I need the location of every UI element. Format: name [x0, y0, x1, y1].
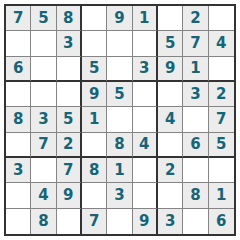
cell-r6c9[interactable]: 5 [209, 133, 234, 158]
cell-r9c4[interactable]: 7 [82, 209, 107, 234]
cell-r4c2[interactable] [31, 82, 56, 107]
given-digit: 2 [190, 11, 200, 26]
cell-r3c8[interactable]: 1 [183, 57, 208, 82]
cell-r5c1[interactable]: 8 [6, 107, 31, 132]
given-digit: 5 [216, 137, 226, 152]
cell-r7c7[interactable]: 2 [158, 158, 183, 183]
cell-r2c8[interactable]: 7 [183, 31, 208, 56]
cell-r4c7[interactable] [158, 82, 183, 107]
cell-r2c1[interactable] [6, 31, 31, 56]
given-digit: 2 [216, 87, 226, 102]
given-digit: 1 [89, 112, 99, 127]
cell-r1c4[interactable] [82, 6, 107, 31]
cell-r6c2[interactable]: 7 [31, 133, 56, 158]
cell-r5c4[interactable]: 1 [82, 107, 107, 132]
cell-r1c7[interactable] [158, 6, 183, 31]
cell-r2c4[interactable] [82, 31, 107, 56]
given-digit: 9 [63, 188, 73, 203]
cell-r5c9[interactable]: 7 [209, 107, 234, 132]
cell-r6c3[interactable]: 2 [57, 133, 82, 158]
cell-r4c4[interactable]: 9 [82, 82, 107, 107]
given-digit: 4 [216, 36, 226, 51]
given-digit: 5 [89, 61, 99, 76]
cell-r9c1[interactable] [6, 209, 31, 234]
cell-r3c4[interactable]: 5 [82, 57, 107, 82]
cell-r7c4[interactable]: 8 [82, 158, 107, 183]
cell-r8c1[interactable] [6, 183, 31, 208]
cell-r6c1[interactable] [6, 133, 31, 158]
cell-r6c6[interactable]: 4 [133, 133, 158, 158]
cell-r2c5[interactable] [107, 31, 132, 56]
given-digit: 3 [38, 112, 48, 127]
cell-r5c6[interactable] [133, 107, 158, 132]
cell-r9c2[interactable]: 8 [31, 209, 56, 234]
given-digit: 5 [63, 112, 73, 127]
cell-r7c2[interactable] [31, 158, 56, 183]
given-digit: 3 [190, 87, 200, 102]
cell-r6c4[interactable] [82, 133, 107, 158]
given-digit: 8 [89, 163, 99, 178]
cell-r3c5[interactable] [107, 57, 132, 82]
cell-r4c6[interactable] [133, 82, 158, 107]
cell-r9c9[interactable]: 6 [209, 209, 234, 234]
cell-r2c6[interactable] [133, 31, 158, 56]
cell-r1c5[interactable]: 9 [107, 6, 132, 31]
cell-r1c3[interactable]: 8 [57, 6, 82, 31]
given-digit: 8 [13, 112, 23, 127]
cell-r7c5[interactable]: 1 [107, 158, 132, 183]
cell-r1c1[interactable]: 7 [6, 6, 31, 31]
given-digit: 9 [139, 214, 149, 229]
cell-r3c7[interactable]: 9 [158, 57, 183, 82]
given-digit: 3 [114, 188, 124, 203]
given-digit: 3 [139, 61, 149, 76]
cell-r8c2[interactable]: 4 [31, 183, 56, 208]
given-digit: 4 [38, 188, 48, 203]
cell-r7c6[interactable] [133, 158, 158, 183]
cell-r1c2[interactable]: 5 [31, 6, 56, 31]
given-digit: 7 [190, 36, 200, 51]
given-digit: 1 [114, 163, 124, 178]
given-digit: 7 [216, 112, 226, 127]
given-digit: 5 [114, 87, 124, 102]
cell-r7c8[interactable] [183, 158, 208, 183]
given-digit: 1 [190, 61, 200, 76]
cell-r5c8[interactable] [183, 107, 208, 132]
given-digit: 8 [38, 214, 48, 229]
cell-r8c9[interactable]: 1 [209, 183, 234, 208]
given-digit: 5 [38, 11, 48, 26]
cell-r9c3[interactable] [57, 209, 82, 234]
cell-r3c1[interactable]: 6 [6, 57, 31, 82]
given-digit: 8 [190, 188, 200, 203]
cell-r2c3[interactable]: 3 [57, 31, 82, 56]
cell-r1c6[interactable]: 1 [133, 6, 158, 31]
cell-r5c7[interactable]: 4 [158, 107, 183, 132]
cell-r2c9[interactable]: 4 [209, 31, 234, 56]
cell-r4c3[interactable] [57, 82, 82, 107]
cell-r4c1[interactable] [6, 82, 31, 107]
cell-r9c8[interactable] [183, 209, 208, 234]
cell-r3c6[interactable]: 3 [133, 57, 158, 82]
given-digit: 7 [38, 137, 48, 152]
given-digit: 6 [13, 61, 23, 76]
cell-r7c9[interactable] [209, 158, 234, 183]
cell-r5c5[interactable] [107, 107, 132, 132]
cell-r5c2[interactable]: 3 [31, 107, 56, 132]
given-digit: 5 [165, 36, 175, 51]
cell-r8c8[interactable]: 8 [183, 183, 208, 208]
given-digit: 2 [165, 163, 175, 178]
cell-r9c7[interactable]: 3 [158, 209, 183, 234]
given-digit: 6 [216, 214, 226, 229]
given-digit: 7 [89, 214, 99, 229]
cell-r3c2[interactable] [31, 57, 56, 82]
cell-r5c3[interactable]: 5 [57, 107, 82, 132]
cell-r8c3[interactable]: 9 [57, 183, 82, 208]
given-digit: 7 [63, 163, 73, 178]
given-digit: 9 [89, 87, 99, 102]
given-digit: 9 [114, 11, 124, 26]
given-digit: 1 [216, 188, 226, 203]
cell-r8c4[interactable] [82, 183, 107, 208]
given-digit: 6 [190, 137, 200, 152]
cell-r9c6[interactable]: 9 [133, 209, 158, 234]
cell-r8c6[interactable] [133, 183, 158, 208]
cell-r7c1[interactable]: 3 [6, 158, 31, 183]
cell-r3c3[interactable] [57, 57, 82, 82]
cell-r4c5[interactable]: 5 [107, 82, 132, 107]
given-digit: 8 [114, 137, 124, 152]
given-digit: 7 [13, 11, 23, 26]
cell-r2c7[interactable]: 5 [158, 31, 183, 56]
cell-r4c9[interactable]: 2 [209, 82, 234, 107]
cell-r2c2[interactable] [31, 31, 56, 56]
given-digit: 8 [63, 11, 73, 26]
given-digit: 4 [139, 137, 149, 152]
cell-r6c5[interactable]: 8 [107, 133, 132, 158]
cell-r9c5[interactable] [107, 209, 132, 234]
given-digit: 9 [165, 61, 175, 76]
cell-r4c8[interactable]: 3 [183, 82, 208, 107]
cell-r8c7[interactable] [158, 183, 183, 208]
cell-r6c7[interactable] [158, 133, 183, 158]
sudoku-board: 7589123574653919532835147728465378124938… [4, 4, 236, 236]
given-digit: 3 [165, 214, 175, 229]
cell-r8c5[interactable]: 3 [107, 183, 132, 208]
given-digit: 3 [13, 163, 23, 178]
cell-r7c3[interactable]: 7 [57, 158, 82, 183]
cell-r6c8[interactable]: 6 [183, 133, 208, 158]
cell-r1c8[interactable]: 2 [183, 6, 208, 31]
cell-r1c9[interactable] [209, 6, 234, 31]
given-digit: 1 [139, 11, 149, 26]
cell-r3c9[interactable] [209, 57, 234, 82]
given-digit: 2 [63, 137, 73, 152]
given-digit: 3 [63, 36, 73, 51]
given-digit: 4 [165, 112, 175, 127]
